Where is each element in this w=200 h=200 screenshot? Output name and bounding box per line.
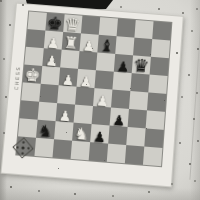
square-d3[interactable]	[74, 105, 93, 124]
white-king: ♚	[24, 66, 42, 85]
square-e5[interactable]	[94, 70, 113, 89]
square-a8[interactable]	[28, 12, 47, 31]
black-bishop: ♝	[99, 38, 114, 55]
square-f7[interactable]	[115, 36, 134, 55]
square-f1[interactable]	[107, 144, 126, 164]
square-g6[interactable]: ♛	[132, 55, 151, 74]
square-b8[interactable]: ♚	[45, 13, 64, 32]
square-c5[interactable]: ♟	[59, 67, 78, 86]
white-pawn: ♟	[46, 36, 60, 51]
square-h4[interactable]	[147, 92, 166, 111]
square-g2[interactable]	[126, 127, 145, 147]
square-h3[interactable]	[146, 110, 165, 129]
square-c3[interactable]: ♟	[56, 103, 75, 122]
square-d5[interactable]: ♟	[77, 69, 96, 88]
white-queen: ♛	[64, 15, 81, 34]
square-d7[interactable]: ♟	[79, 33, 98, 52]
square-g8[interactable]	[134, 20, 153, 39]
square-f4[interactable]	[111, 90, 130, 109]
square-e7[interactable]: ♝	[97, 35, 116, 54]
white-pawn: ♟	[96, 93, 110, 108]
square-f8[interactable]	[117, 19, 136, 38]
square-h6[interactable]	[150, 57, 169, 76]
square-h7[interactable]	[151, 39, 170, 58]
black-knight: ♞	[38, 123, 54, 140]
square-d8[interactable]	[81, 16, 100, 35]
chess-board: ♚♛♟♜♟♝♟♟♛♚♟♟♟♟♟♞♞♟ CHESS	[0, 3, 183, 188]
square-h5[interactable]	[148, 75, 167, 94]
square-c8[interactable]: ♛	[63, 14, 82, 33]
square-a3[interactable]	[20, 100, 40, 119]
board-grid: ♚♛♟♜♟♝♟♟♛♚♟♟♟♟♟♞♞♟	[15, 10, 172, 167]
square-e8[interactable]	[99, 17, 118, 36]
white-pawn: ♟	[61, 73, 75, 88]
black-pawn: ♟	[116, 59, 130, 74]
white-pawn: ♟	[82, 38, 96, 53]
square-b2[interactable]: ♞	[36, 120, 56, 140]
square-h1[interactable]	[143, 147, 162, 167]
black-pawn: ♟	[112, 113, 126, 128]
corner-ornament-icon	[10, 135, 36, 161]
white-knight: ♞	[74, 126, 90, 143]
square-h2[interactable]	[144, 128, 163, 148]
square-f6[interactable]: ♟	[114, 54, 133, 73]
square-e2[interactable]: ♟	[90, 124, 109, 144]
square-a7[interactable]	[26, 29, 45, 48]
black-queen: ♛	[133, 56, 150, 75]
square-f3[interactable]: ♟	[110, 107, 129, 126]
black-pawn: ♟	[93, 129, 107, 144]
square-b4[interactable]	[39, 84, 58, 103]
square-b3[interactable]	[38, 102, 58, 121]
white-pawn: ♟	[79, 74, 93, 89]
square-g4[interactable]	[129, 91, 148, 110]
square-c7[interactable]: ♜	[62, 32, 81, 51]
black-king: ♚	[46, 14, 63, 33]
white-rook: ♜	[63, 35, 79, 52]
square-g3[interactable]	[128, 109, 147, 128]
square-c1[interactable]	[53, 139, 73, 159]
square-a5[interactable]: ♚	[23, 65, 42, 84]
white-pawn: ♟	[45, 53, 59, 68]
square-h8[interactable]	[152, 21, 171, 40]
square-e4[interactable]: ♟	[93, 88, 112, 107]
white-pawn: ♟	[58, 108, 72, 123]
square-d2[interactable]: ♞	[72, 123, 91, 143]
square-g1[interactable]	[125, 145, 144, 165]
